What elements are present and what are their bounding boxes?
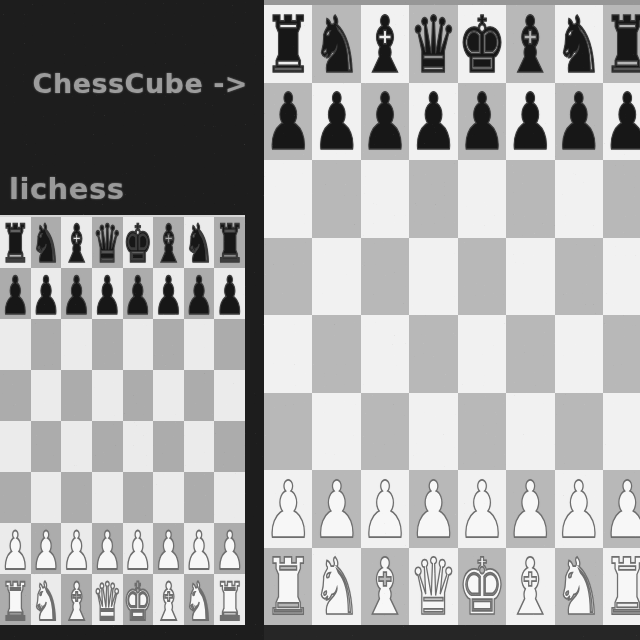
square-h3[interactable] (214, 472, 245, 523)
square-d6[interactable] (92, 319, 123, 370)
square-g7[interactable]: ♟ (184, 268, 215, 319)
black-pawn: ♟ (215, 269, 245, 322)
square-b8[interactable]: ♞ (31, 217, 62, 268)
white-queen: ♛ (92, 575, 122, 628)
square-c7[interactable]: ♟ (61, 268, 92, 319)
square-h5[interactable] (214, 370, 245, 421)
white-bishop: ♝ (62, 575, 92, 628)
square-c5[interactable] (361, 238, 409, 316)
square-f8[interactable]: ♝ (153, 217, 184, 268)
square-a4[interactable] (0, 421, 31, 472)
black-pawn: ♟ (603, 84, 640, 162)
white-knight: ♞ (312, 549, 360, 627)
square-e3[interactable] (123, 472, 154, 523)
square-h5[interactable] (603, 238, 640, 316)
square-h1[interactable]: ♜ (214, 574, 245, 625)
square-c7[interactable]: ♟ (361, 83, 409, 161)
white-bishop: ♝ (154, 575, 184, 628)
square-h7[interactable]: ♟ (214, 268, 245, 319)
square-b2[interactable]: ♟ (31, 523, 62, 574)
square-a2[interactable]: ♟ (264, 470, 312, 548)
white-pawn: ♟ (1, 524, 31, 577)
white-pawn: ♟ (215, 524, 245, 577)
square-c6[interactable] (61, 319, 92, 370)
white-pawn: ♟ (184, 524, 214, 577)
square-h7[interactable]: ♟ (603, 83, 640, 161)
square-d6[interactable] (409, 160, 457, 238)
white-pawn: ♟ (458, 471, 506, 549)
square-e5[interactable] (458, 238, 506, 316)
square-e2[interactable]: ♟ (458, 470, 506, 548)
square-h6[interactable] (603, 160, 640, 238)
square-e6[interactable] (123, 319, 154, 370)
white-pawn: ♟ (361, 471, 409, 549)
chesscube-link[interactable]: ChessCube -> (33, 68, 248, 99)
square-g5[interactable] (184, 370, 215, 421)
white-bishop: ♝ (506, 549, 554, 627)
square-e7[interactable]: ♟ (123, 268, 154, 319)
square-h4[interactable] (603, 315, 640, 393)
square-d1[interactable]: ♛ (92, 574, 123, 625)
white-knight: ♞ (184, 575, 214, 628)
black-pawn: ♟ (506, 84, 554, 162)
white-queen: ♛ (409, 549, 457, 627)
square-d8[interactable]: ♛ (92, 217, 123, 268)
square-g4[interactable] (184, 421, 215, 472)
square-e6[interactable] (458, 160, 506, 238)
square-f1[interactable]: ♝ (506, 548, 554, 626)
square-b8[interactable]: ♞ (312, 5, 360, 83)
black-pawn: ♟ (62, 269, 92, 322)
square-e3[interactable] (458, 393, 506, 471)
square-d5[interactable] (92, 370, 123, 421)
black-bishop: ♝ (361, 6, 409, 84)
square-d3[interactable] (92, 472, 123, 523)
white-rook: ♜ (264, 549, 312, 627)
white-pawn: ♟ (506, 471, 554, 549)
square-h2[interactable]: ♟ (603, 470, 640, 548)
square-d4[interactable] (92, 421, 123, 472)
black-rook: ♜ (1, 218, 31, 271)
square-f4[interactable] (153, 421, 184, 472)
black-pawn: ♟ (184, 269, 214, 322)
square-e8[interactable]: ♚ (123, 217, 154, 268)
white-rook: ♜ (1, 575, 31, 628)
square-e1[interactable]: ♚ (123, 574, 154, 625)
square-g4[interactable] (555, 315, 603, 393)
square-a7[interactable]: ♟ (0, 268, 31, 319)
square-g7[interactable]: ♟ (555, 83, 603, 161)
white-king: ♚ (123, 575, 153, 628)
black-pawn: ♟ (154, 269, 184, 322)
square-h2[interactable]: ♟ (214, 523, 245, 574)
square-c6[interactable] (361, 160, 409, 238)
square-g3[interactable] (555, 393, 603, 471)
white-knight: ♞ (555, 549, 603, 627)
black-king: ♚ (123, 218, 153, 271)
square-d2[interactable]: ♟ (409, 470, 457, 548)
square-g2[interactable]: ♟ (184, 523, 215, 574)
black-rook: ♜ (264, 6, 312, 84)
square-f8[interactable]: ♝ (506, 5, 554, 83)
square-a5[interactable] (264, 238, 312, 316)
square-f5[interactable] (506, 238, 554, 316)
square-d7[interactable]: ♟ (409, 83, 457, 161)
square-c8[interactable]: ♝ (361, 5, 409, 83)
square-c2[interactable]: ♟ (61, 523, 92, 574)
square-d8[interactable]: ♛ (409, 5, 457, 83)
square-f4[interactable] (506, 315, 554, 393)
square-b4[interactable] (31, 421, 62, 472)
black-knight: ♞ (312, 6, 360, 84)
square-a6[interactable] (0, 319, 31, 370)
black-pawn: ♟ (409, 84, 457, 162)
screenshot-stage: ChessCube -> lichess ♜♞♝♛♚♝♞♜♟♟♟♟♟♟♟♟♟♟♟… (0, 0, 640, 640)
white-rook: ♜ (215, 575, 245, 628)
black-pawn: ♟ (458, 84, 506, 162)
square-g3[interactable] (184, 472, 215, 523)
black-rook: ♜ (603, 6, 640, 84)
white-rook: ♜ (603, 549, 640, 627)
square-g1[interactable]: ♞ (555, 548, 603, 626)
square-f5[interactable] (153, 370, 184, 421)
black-pawn: ♟ (312, 84, 360, 162)
square-h4[interactable] (214, 421, 245, 472)
square-f7[interactable]: ♟ (506, 83, 554, 161)
square-h8[interactable]: ♜ (603, 5, 640, 83)
square-b5[interactable] (31, 370, 62, 421)
square-e5[interactable] (123, 370, 154, 421)
square-c1[interactable]: ♝ (361, 548, 409, 626)
square-g8[interactable]: ♞ (555, 5, 603, 83)
square-c4[interactable] (61, 421, 92, 472)
square-e4[interactable] (123, 421, 154, 472)
square-d4[interactable] (409, 315, 457, 393)
black-pawn: ♟ (361, 84, 409, 162)
black-pawn: ♟ (123, 269, 153, 322)
square-f6[interactable] (153, 319, 184, 370)
white-pawn: ♟ (555, 471, 603, 549)
white-pawn: ♟ (62, 524, 92, 577)
white-pawn: ♟ (92, 524, 122, 577)
square-g1[interactable]: ♞ (184, 574, 215, 625)
black-knight: ♞ (31, 218, 61, 271)
lichess-mini-chessboard[interactable]: ♜♞♝♛♚♝♞♜♟♟♟♟♟♟♟♟♟♟♟♟♟♟♟♟♜♞♝♛♚♝♞♜ (0, 215, 245, 625)
square-c1[interactable]: ♝ (61, 574, 92, 625)
square-c3[interactable] (61, 472, 92, 523)
square-a5[interactable] (0, 370, 31, 421)
square-g6[interactable] (184, 319, 215, 370)
square-b1[interactable]: ♞ (31, 574, 62, 625)
square-e2[interactable]: ♟ (123, 523, 154, 574)
square-e7[interactable]: ♟ (458, 83, 506, 161)
white-pawn: ♟ (123, 524, 153, 577)
black-pawn: ♟ (31, 269, 61, 322)
square-a8[interactable]: ♜ (0, 217, 31, 268)
black-pawn: ♟ (264, 84, 312, 162)
square-c5[interactable] (61, 370, 92, 421)
square-b6[interactable] (312, 160, 360, 238)
black-knight: ♞ (555, 6, 603, 84)
main-chessboard[interactable]: ♜♞♝♛♚♝♞♜♟♟♟♟♟♟♟♟♟♟♟♟♟♟♟♟♜♞♝♛♚♝♞♜ (264, 5, 640, 625)
square-c8[interactable]: ♝ (61, 217, 92, 268)
square-a3[interactable] (264, 393, 312, 471)
square-c4[interactable] (361, 315, 409, 393)
square-f3[interactable] (153, 472, 184, 523)
square-f6[interactable] (506, 160, 554, 238)
square-d5[interactable] (409, 238, 457, 316)
white-pawn: ♟ (264, 471, 312, 549)
black-queen: ♛ (92, 218, 122, 271)
square-a1[interactable]: ♜ (264, 548, 312, 626)
square-d1[interactable]: ♛ (409, 548, 457, 626)
white-pawn: ♟ (31, 524, 61, 577)
square-h6[interactable] (214, 319, 245, 370)
square-f7[interactable]: ♟ (153, 268, 184, 319)
white-king: ♚ (458, 549, 506, 627)
square-d7[interactable]: ♟ (92, 268, 123, 319)
square-d2[interactable]: ♟ (92, 523, 123, 574)
square-g8[interactable]: ♞ (184, 217, 215, 268)
square-a7[interactable]: ♟ (264, 83, 312, 161)
square-b7[interactable]: ♟ (312, 83, 360, 161)
white-pawn: ♟ (409, 471, 457, 549)
square-h3[interactable] (603, 393, 640, 471)
white-pawn: ♟ (603, 471, 640, 549)
square-e4[interactable] (458, 315, 506, 393)
square-g2[interactable]: ♟ (555, 470, 603, 548)
square-b2[interactable]: ♟ (312, 470, 360, 548)
square-f1[interactable]: ♝ (153, 574, 184, 625)
square-h1[interactable]: ♜ (603, 548, 640, 626)
square-h8[interactable]: ♜ (214, 217, 245, 268)
square-e1[interactable]: ♚ (458, 548, 506, 626)
square-g6[interactable] (555, 160, 603, 238)
square-a2[interactable]: ♟ (0, 523, 31, 574)
black-pawn: ♟ (92, 269, 122, 322)
black-queen: ♛ (409, 6, 457, 84)
black-rook: ♜ (215, 218, 245, 271)
square-e8[interactable]: ♚ (458, 5, 506, 83)
white-knight: ♞ (31, 575, 61, 628)
square-a4[interactable] (264, 315, 312, 393)
black-bishop: ♝ (62, 218, 92, 271)
square-c3[interactable] (361, 393, 409, 471)
black-bishop: ♝ (154, 218, 184, 271)
square-a6[interactable] (264, 160, 312, 238)
square-b5[interactable] (312, 238, 360, 316)
left-panel: ChessCube -> lichess ♜♞♝♛♚♝♞♜♟♟♟♟♟♟♟♟♟♟♟… (0, 0, 264, 640)
white-bishop: ♝ (361, 549, 409, 627)
square-a1[interactable]: ♜ (0, 574, 31, 625)
black-king: ♚ (458, 6, 506, 84)
square-f2[interactable]: ♟ (153, 523, 184, 574)
square-b3[interactable] (312, 393, 360, 471)
square-b3[interactable] (31, 472, 62, 523)
square-d3[interactable] (409, 393, 457, 471)
square-g5[interactable] (555, 238, 603, 316)
square-b6[interactable] (31, 319, 62, 370)
square-f3[interactable] (506, 393, 554, 471)
square-b4[interactable] (312, 315, 360, 393)
square-c2[interactable]: ♟ (361, 470, 409, 548)
lichess-logo[interactable]: lichess (9, 172, 124, 206)
square-a3[interactable] (0, 472, 31, 523)
square-a8[interactable]: ♜ (264, 5, 312, 83)
black-bishop: ♝ (506, 6, 554, 84)
black-pawn: ♟ (555, 84, 603, 162)
square-f2[interactable]: ♟ (506, 470, 554, 548)
black-pawn: ♟ (1, 269, 31, 322)
white-pawn: ♟ (312, 471, 360, 549)
white-pawn: ♟ (154, 524, 184, 577)
black-knight: ♞ (184, 218, 214, 271)
square-b1[interactable]: ♞ (312, 548, 360, 626)
square-b7[interactable]: ♟ (31, 268, 62, 319)
